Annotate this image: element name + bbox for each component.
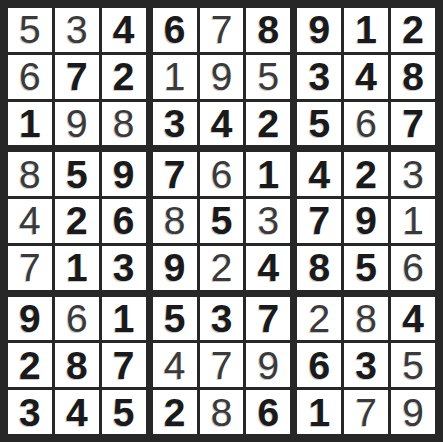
cell-r3c8[interactable]: 6 — [344, 102, 388, 146]
cell-r3c5[interactable]: 4 — [200, 102, 244, 146]
cell-r5c6[interactable]: 3 — [246, 199, 290, 243]
cell-r1c4[interactable]: 6 — [153, 8, 197, 52]
cell-r2c8[interactable]: 4 — [344, 55, 388, 99]
cell-r5c5[interactable]: 5 — [200, 199, 244, 243]
cell-r3c9[interactable]: 7 — [391, 102, 435, 146]
cell-r4c3[interactable]: 9 — [102, 152, 146, 196]
cell-r5c1[interactable]: 4 — [8, 199, 52, 243]
cell-r7c2[interactable]: 6 — [55, 297, 99, 341]
cell-r3c6[interactable]: 2 — [246, 102, 290, 146]
cell-r9c4[interactable]: 2 — [153, 390, 197, 434]
cell-r8c7[interactable]: 6 — [297, 343, 341, 387]
cell-r7c7[interactable]: 2 — [297, 297, 341, 341]
cell-r4c4[interactable]: 7 — [153, 152, 197, 196]
cell-r5c2[interactable]: 2 — [55, 199, 99, 243]
cell-r1c1[interactable]: 5 — [8, 8, 52, 52]
cell-r7c3[interactable]: 1 — [102, 297, 146, 341]
cell-r1c3[interactable]: 4 — [102, 8, 146, 52]
cell-r2c7[interactable]: 3 — [297, 55, 341, 99]
cell-r9c3[interactable]: 5 — [102, 390, 146, 434]
cell-r6c3[interactable]: 3 — [102, 246, 146, 290]
cell-r1c9[interactable]: 2 — [391, 8, 435, 52]
cell-r6c9[interactable]: 6 — [391, 246, 435, 290]
cell-r9c8[interactable]: 7 — [344, 390, 388, 434]
cell-r2c5[interactable]: 9 — [200, 55, 244, 99]
cell-r2c2[interactable]: 7 — [55, 55, 99, 99]
cell-r4c1[interactable]: 8 — [8, 152, 52, 196]
cell-r4c5[interactable]: 6 — [200, 152, 244, 196]
cell-r9c2[interactable]: 4 — [55, 390, 99, 434]
cell-r4c8[interactable]: 2 — [344, 152, 388, 196]
cell-r2c6[interactable]: 5 — [246, 55, 290, 99]
cell-r9c7[interactable]: 1 — [297, 390, 341, 434]
cell-r2c3[interactable]: 2 — [102, 55, 146, 99]
cell-r9c6[interactable]: 6 — [246, 390, 290, 434]
cell-r7c6[interactable]: 7 — [246, 297, 290, 341]
cell-r7c5[interactable]: 3 — [200, 297, 244, 341]
cell-r5c8[interactable]: 9 — [344, 199, 388, 243]
cell-r5c9[interactable]: 1 — [391, 199, 435, 243]
cell-r3c3[interactable]: 8 — [102, 102, 146, 146]
cell-r9c1[interactable]: 3 — [8, 390, 52, 434]
cell-r3c2[interactable]: 9 — [55, 102, 99, 146]
cell-r6c2[interactable]: 1 — [55, 246, 99, 290]
box-6: 4 2 3 7 9 1 8 5 6 — [297, 152, 435, 289]
cell-r3c7[interactable]: 5 — [297, 102, 341, 146]
cell-r8c5[interactable]: 7 — [200, 343, 244, 387]
box-9: 2 8 4 6 3 5 1 7 9 — [297, 297, 435, 434]
cell-r4c6[interactable]: 1 — [246, 152, 290, 196]
cell-r7c1[interactable]: 9 — [8, 297, 52, 341]
box-5: 7 6 1 8 5 3 9 2 4 — [153, 152, 291, 289]
cell-r6c7[interactable]: 8 — [297, 246, 341, 290]
cell-r8c1[interactable]: 2 — [8, 343, 52, 387]
cell-r3c4[interactable]: 3 — [153, 102, 197, 146]
cell-r5c3[interactable]: 6 — [102, 199, 146, 243]
cell-r7c4[interactable]: 5 — [153, 297, 197, 341]
cell-r1c7[interactable]: 9 — [297, 8, 341, 52]
box-4: 8 5 9 4 2 6 7 1 3 — [8, 152, 146, 289]
cell-r4c2[interactable]: 5 — [55, 152, 99, 196]
cell-r9c5[interactable]: 8 — [200, 390, 244, 434]
cell-r1c8[interactable]: 1 — [344, 8, 388, 52]
cell-r6c4[interactable]: 9 — [153, 246, 197, 290]
cell-r6c6[interactable]: 4 — [246, 246, 290, 290]
cell-r2c4[interactable]: 1 — [153, 55, 197, 99]
cell-r8c2[interactable]: 8 — [55, 343, 99, 387]
cell-r8c6[interactable]: 9 — [246, 343, 290, 387]
cell-r8c8[interactable]: 3 — [344, 343, 388, 387]
cell-r1c6[interactable]: 8 — [246, 8, 290, 52]
cell-r2c1[interactable]: 6 — [8, 55, 52, 99]
sudoku-board: 5 3 4 6 7 2 1 9 8 6 7 8 1 9 5 3 4 2 9 1 … — [0, 0, 443, 442]
cell-r3c1[interactable]: 1 — [8, 102, 52, 146]
box-3: 9 1 2 3 4 8 5 6 7 — [297, 8, 435, 145]
cell-r8c9[interactable]: 5 — [391, 343, 435, 387]
cell-r4c7[interactable]: 4 — [297, 152, 341, 196]
cell-r5c7[interactable]: 7 — [297, 199, 341, 243]
box-1: 5 3 4 6 7 2 1 9 8 — [8, 8, 146, 145]
cell-r7c8[interactable]: 8 — [344, 297, 388, 341]
box-8: 5 3 7 4 7 9 2 8 6 — [153, 297, 291, 434]
cell-r4c9[interactable]: 3 — [391, 152, 435, 196]
cell-r8c3[interactable]: 7 — [102, 343, 146, 387]
box-7: 9 6 1 2 8 7 3 4 5 — [8, 297, 146, 434]
cell-r1c2[interactable]: 3 — [55, 8, 99, 52]
cell-r7c9[interactable]: 4 — [391, 297, 435, 341]
cell-r6c8[interactable]: 5 — [344, 246, 388, 290]
cell-r1c5[interactable]: 7 — [200, 8, 244, 52]
cell-r2c9[interactable]: 8 — [391, 55, 435, 99]
cell-r6c1[interactable]: 7 — [8, 246, 52, 290]
cell-r6c5[interactable]: 2 — [200, 246, 244, 290]
box-2: 6 7 8 1 9 5 3 4 2 — [153, 8, 291, 145]
cell-r5c4[interactable]: 8 — [153, 199, 197, 243]
cell-r8c4[interactable]: 4 — [153, 343, 197, 387]
cell-r9c9[interactable]: 9 — [391, 390, 435, 434]
